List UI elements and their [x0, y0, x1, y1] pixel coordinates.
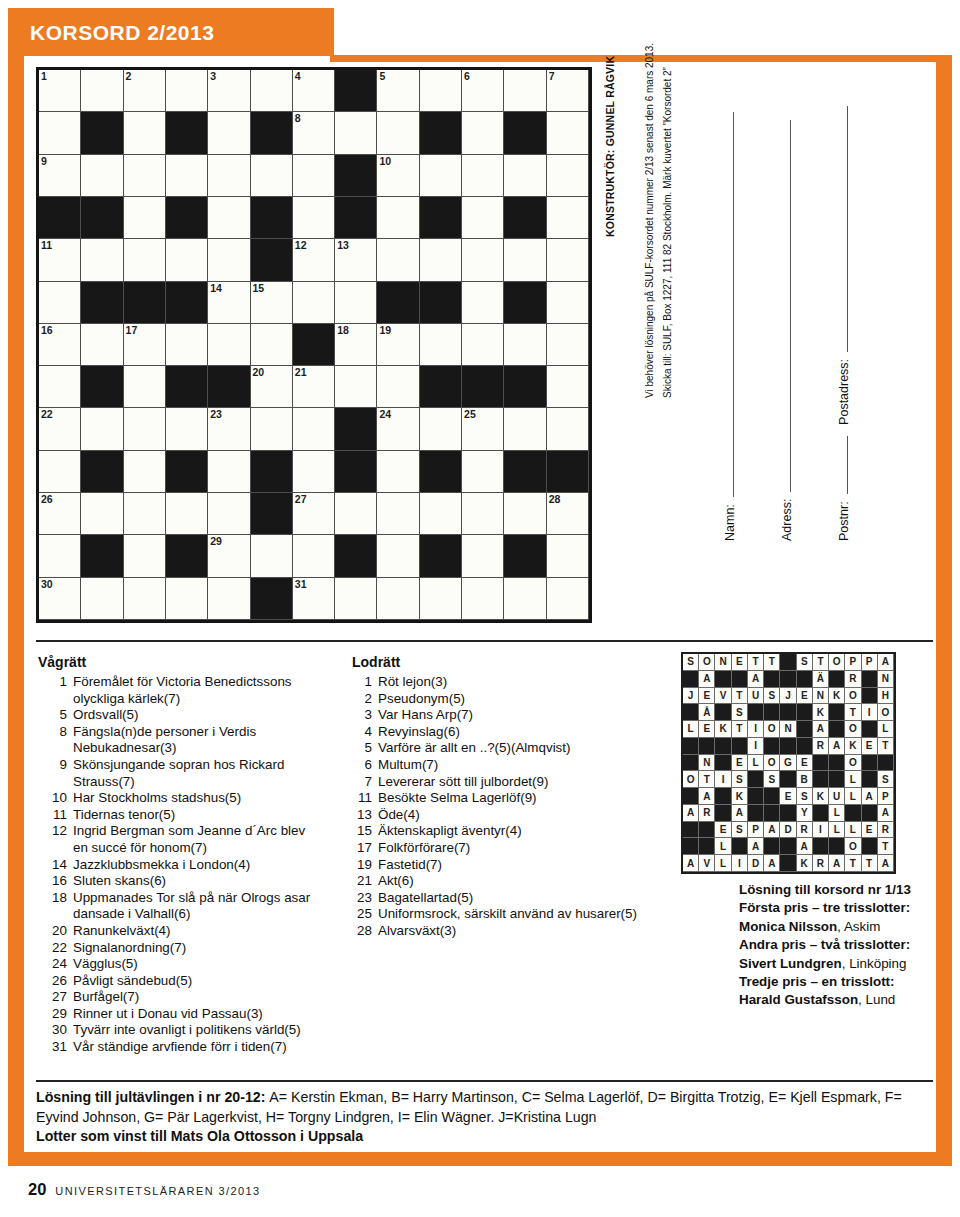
grid-cell: [293, 155, 335, 197]
clue-item: 5Ordsvall(5): [36, 707, 323, 724]
solution-cell-black: [862, 688, 878, 705]
solution-cell: R: [813, 738, 829, 755]
clue-number: 3: [336, 707, 378, 724]
clue-text: Var Hans Arp(7): [378, 707, 650, 724]
grid-cell: [208, 112, 250, 154]
cell-number: 18: [337, 325, 349, 336]
clue-item: 16Sluten skans(6): [36, 873, 323, 890]
clue-text: Tyvärr inte ovanligt i politikens värld(…: [73, 1022, 323, 1039]
cell-number: 22: [41, 409, 53, 420]
solution-cell: K: [813, 704, 829, 721]
clue-number: 8: [36, 724, 73, 757]
solution-cell: U: [829, 788, 845, 805]
solution-cell: E: [732, 654, 748, 671]
solution-cell-black: [797, 738, 813, 755]
grid-cell-black: [81, 451, 123, 493]
grid-cell: 1: [39, 70, 81, 112]
grid-cell-black: [504, 112, 546, 154]
clue-number: 15: [336, 823, 378, 840]
solution-cell: E: [732, 755, 748, 772]
grid-cell: 27: [293, 493, 335, 535]
grid-cell: [208, 155, 250, 197]
previous-solution-lead: Lösning till jultävlingen i nr 20-12:: [36, 1089, 269, 1105]
solution-cell-black: [878, 755, 894, 772]
solution-cell-black: [764, 788, 780, 805]
clue-text: Rinner ut i Donau vid Passau(3): [73, 1006, 323, 1023]
solution-cell: P: [862, 654, 878, 671]
solution-cell-black: [732, 838, 748, 855]
grid-cell: [39, 112, 81, 154]
clue-item: 12Ingrid Bergman som Jeanne d´Arc blev e…: [36, 823, 323, 856]
clue-text: Vägglus(5): [73, 956, 323, 973]
clue-item: 22Signalanordning(7): [36, 940, 323, 957]
clue-item: 21Akt(6): [336, 873, 650, 890]
postcode-field: Postnr: Postadress:: [836, 106, 851, 541]
solution-cell: E: [699, 688, 715, 705]
grid-cell: [208, 493, 250, 535]
clue-item: 18Uppmanades Tor slå på när Olrogs asar …: [36, 890, 323, 923]
grid-cell: 19: [377, 324, 419, 366]
grid-cell: 21: [293, 366, 335, 408]
solution-cell: I: [748, 721, 764, 738]
solution-cell: L: [845, 771, 861, 788]
clue-text: Uniformsrock, särskilt använd av husarer…: [378, 906, 650, 923]
grid-cell: 10: [377, 155, 419, 197]
clue-text: Varföre är allt en ..?(5)(Almqvist): [378, 740, 650, 757]
grid-cell: [462, 324, 504, 366]
grid-cell: [504, 155, 546, 197]
grid-cell: [124, 493, 166, 535]
solution-cell: A: [764, 822, 780, 839]
clue-number: 28: [336, 923, 378, 940]
winner-line: Tredje pris – en trisslott:: [739, 973, 939, 991]
solution-cell-black: [780, 855, 796, 872]
constructor-credit: KONSTRUKTÖR: GUNNEL RÅGVIK: [604, 56, 616, 237]
solution-cell: Å: [699, 704, 715, 721]
solution-cell: Ä: [813, 671, 829, 688]
grid-cell: [81, 155, 123, 197]
solution-cell-black: [797, 721, 813, 738]
solution-cell: N: [780, 721, 796, 738]
cell-number: 20: [253, 367, 265, 378]
solution-cell: N: [878, 671, 894, 688]
grid-cell: [293, 197, 335, 239]
solution-cell: T: [764, 654, 780, 671]
solution-cell-black: [764, 738, 780, 755]
grid-cell-black: [420, 366, 462, 408]
grid-cell: [81, 324, 123, 366]
grid-cell: [377, 112, 419, 154]
solution-cell: T: [878, 838, 894, 855]
solution-cell: O: [845, 688, 861, 705]
grid-cell: 3: [208, 70, 250, 112]
address-field: Adress:: [779, 120, 794, 541]
grid-cell-black: [251, 493, 293, 535]
grid-cell-black: [420, 282, 462, 324]
clue-number: 6: [336, 757, 378, 774]
address-blank-line: [779, 120, 791, 492]
grid-cell: [462, 197, 504, 239]
solution-cell-black: [829, 721, 845, 738]
clue-text: Ordsvall(5): [73, 707, 323, 724]
solution-cell-black: [845, 805, 861, 822]
clue-number: 18: [36, 890, 73, 923]
grid-cell: 25: [462, 408, 504, 450]
solution-cell: O: [845, 755, 861, 772]
clue-item: 26Påvligt sändebud(5): [36, 973, 323, 990]
page-title-banner: KORSORD 2/2013: [8, 8, 334, 56]
solution-cell-black: [764, 805, 780, 822]
solution-cell: I: [732, 855, 748, 872]
solution-cell: T: [748, 654, 764, 671]
grid-cell: [124, 408, 166, 450]
solution-cell: G: [780, 755, 796, 772]
clue-number: 1: [36, 674, 73, 707]
winner-line: Första pris – tre trisslotter:: [739, 899, 939, 917]
grid-cell-black: [166, 366, 208, 408]
solution-cell: S: [764, 688, 780, 705]
grid-cell-black: [124, 282, 166, 324]
clue-text: Signalanordning(7): [73, 940, 323, 957]
grid-cell: 9: [39, 155, 81, 197]
cell-number: 3: [210, 71, 216, 82]
clue-number: 31: [36, 1039, 73, 1056]
solution-cell-black: [699, 738, 715, 755]
solution-cell: O: [878, 704, 894, 721]
grid-cell: 16: [39, 324, 81, 366]
clue-number: 1: [336, 674, 378, 691]
solution-cell: O: [699, 654, 715, 671]
solution-cell-black: [813, 771, 829, 788]
solution-cell-black: [829, 771, 845, 788]
solution-cell: A: [748, 838, 764, 855]
solution-cell: A: [797, 838, 813, 855]
grid-cell-black: [251, 112, 293, 154]
page-title: KORSORD 2/2013: [8, 8, 334, 57]
solution-cell-black: [764, 838, 780, 855]
grid-cell: [293, 282, 335, 324]
clue-number: 12: [36, 823, 73, 856]
solution-cell: L: [829, 805, 845, 822]
grid-cell: [81, 578, 123, 620]
cell-number: 14: [210, 283, 222, 294]
solution-cell-black: [683, 755, 699, 772]
clue-text: Revyinslag(6): [378, 724, 650, 741]
grid-cell: 24: [377, 408, 419, 450]
grid-cell-black: [251, 578, 293, 620]
grid-cell: [124, 578, 166, 620]
cell-number: 1: [41, 71, 47, 82]
winner-line: Andra pris – två trisslotter:: [739, 936, 939, 954]
grid-cell: [208, 451, 250, 493]
grid-cell: [293, 451, 335, 493]
solution-cell-black: [813, 805, 829, 822]
grid-cell-black: [504, 451, 546, 493]
solution-cell-black: [732, 738, 748, 755]
solution-cell: O: [683, 771, 699, 788]
grid-cell: [462, 451, 504, 493]
grid-cell: [547, 408, 589, 450]
grid-cell: 17: [124, 324, 166, 366]
solution-cell: L: [715, 855, 731, 872]
frame-bottom: [8, 1152, 952, 1166]
solution-cell: K: [732, 788, 748, 805]
clue-item: 2Pseudonym(5): [336, 691, 650, 708]
grid-cell-black: [335, 155, 377, 197]
solution-cell-black: [862, 838, 878, 855]
grid-cell-black: [504, 366, 546, 408]
grid-cell-black: [166, 535, 208, 577]
solution-cell: A: [878, 805, 894, 822]
cell-number: 23: [210, 409, 222, 420]
solution-cell: I: [813, 822, 829, 839]
winner-line: Monica Nilsson, Askim: [739, 918, 939, 936]
grid-cell: 26: [39, 493, 81, 535]
clue-item: 28Alvarsväxt(3): [336, 923, 650, 940]
clue-text: Sluten skans(6): [73, 873, 323, 890]
cell-number: 8: [295, 113, 301, 124]
grid-cell: [251, 324, 293, 366]
solution-cell: R: [845, 671, 861, 688]
solution-cell: L: [845, 788, 861, 805]
solution-cell: Y: [797, 805, 813, 822]
grid-cell: [166, 239, 208, 281]
winner-line: Sivert Lundgren, Linköping: [739, 955, 939, 973]
solution-cell-black: [748, 788, 764, 805]
solution-cell-black: [780, 738, 796, 755]
solution-cell: B: [797, 771, 813, 788]
clue-item: 30Tyvärr inte ovanligt i politikens värl…: [36, 1022, 323, 1039]
solution-cell: R: [699, 805, 715, 822]
grid-cell: [504, 70, 546, 112]
grid-cell: [462, 493, 504, 535]
grid-cell-black: [335, 535, 377, 577]
clue-item: 3Var Hans Arp(7): [336, 707, 650, 724]
grid-cell: 12: [293, 239, 335, 281]
solution-cell: K: [715, 721, 731, 738]
grid-cell: 11: [39, 239, 81, 281]
grid-cell: [251, 70, 293, 112]
grid-cell-black: [166, 451, 208, 493]
solution-cell: A: [813, 721, 829, 738]
clue-text: Besökte Selma Lagerlöf(9): [378, 790, 650, 807]
cell-number: 29: [210, 536, 222, 547]
clue-number: 25: [336, 906, 378, 923]
solution-cell: A: [862, 788, 878, 805]
solution-cell: L: [683, 721, 699, 738]
grid-cell-black: [504, 197, 546, 239]
grid-cell: [251, 155, 293, 197]
solution-cell: K: [813, 788, 829, 805]
grid-cell: 8: [293, 112, 335, 154]
clue-number: 24: [36, 956, 73, 973]
grid-cell: [81, 493, 123, 535]
solution-cell-black: [797, 704, 813, 721]
solution-cell-black: [683, 671, 699, 688]
grid-cell: [208, 324, 250, 366]
cell-number: 2: [126, 71, 132, 82]
solution-cell-black: [764, 671, 780, 688]
grid-cell: [547, 366, 589, 408]
cell-number: 5: [379, 71, 385, 82]
clue-text: Röt lejon(3): [378, 674, 650, 691]
grid-cell: [547, 324, 589, 366]
winner-line: Harald Gustafsson, Lund: [739, 991, 939, 1009]
solution-cell-black: [829, 838, 845, 855]
solution-cell: T: [845, 704, 861, 721]
submission-note-line2: Skicka till: SULF, Box 1227, 111 82 Stoc…: [662, 67, 673, 398]
solution-cell: S: [797, 788, 813, 805]
solution-cell: T: [732, 721, 748, 738]
grid-cell-black: [166, 112, 208, 154]
grid-cell: [377, 578, 419, 620]
cell-number: 26: [41, 494, 53, 505]
solution-cell: J: [683, 688, 699, 705]
clue-text: Äktenskapligt äventyr(4): [378, 823, 650, 840]
solution-cell: E: [862, 738, 878, 755]
solution-cell: E: [780, 788, 796, 805]
solution-cell: V: [715, 688, 731, 705]
postal-address-blank-line: [836, 106, 848, 352]
solution-cell-black: [748, 704, 764, 721]
solution-cell: L: [829, 822, 845, 839]
cell-number: 17: [126, 325, 138, 336]
solution-cell: E: [699, 721, 715, 738]
grid-cell: [462, 282, 504, 324]
clue-number: 21: [336, 873, 378, 890]
clue-text: Fängsla(n)de personer i Verdis Nebukadne…: [73, 724, 323, 757]
grid-cell: [335, 282, 377, 324]
grid-cell: [547, 197, 589, 239]
cell-number: 4: [295, 71, 301, 82]
clue-item: 31Vår ständige arvfiende förr i tiden(7): [36, 1039, 323, 1056]
grid-cell-black: [420, 197, 462, 239]
address-label: Adress:: [780, 499, 794, 541]
grid-cell: [166, 70, 208, 112]
solution-cell-black: [813, 838, 829, 855]
grid-cell: [377, 366, 419, 408]
clue-text: Tidernas tenor(5): [73, 807, 323, 824]
solution-cell: L: [748, 755, 764, 772]
previous-solution-note: Lösning till jultävlingen i nr 20-12: A=…: [36, 1088, 934, 1147]
clue-number: 20: [36, 923, 73, 940]
grid-cell: [166, 578, 208, 620]
divider-bottom: [36, 1080, 933, 1082]
clue-text: Öde(4): [378, 807, 650, 824]
postal-address-label: Postadress:: [837, 359, 851, 425]
cell-number: 25: [464, 409, 476, 420]
grid-cell: [39, 282, 81, 324]
cell-number: 11: [41, 240, 52, 251]
solution-cell: S: [683, 654, 699, 671]
solution-cell-black: [732, 671, 748, 688]
grid-cell-black: [81, 112, 123, 154]
grid-cell: [547, 535, 589, 577]
grid-cell: [462, 535, 504, 577]
solution-cell: E: [797, 688, 813, 705]
clue-item: 1Föremålet för Victoria Benedictssons ol…: [36, 674, 323, 707]
grid-cell-black: [377, 282, 419, 324]
solution-cell: V: [699, 855, 715, 872]
solution-cell: D: [780, 822, 796, 839]
solution-cell: O: [764, 755, 780, 772]
solution-cell-black: [715, 671, 731, 688]
frame-top: [330, 55, 952, 62]
solution-cell: A: [748, 671, 764, 688]
clue-item: 27Burfågel(7): [36, 989, 323, 1006]
cell-number: 7: [549, 71, 555, 82]
clue-text: Påvligt sändebud(5): [73, 973, 323, 990]
grid-cell: [166, 324, 208, 366]
clue-item: 7Levererar sött till julbordet(9): [336, 774, 650, 791]
solution-cell: A: [699, 788, 715, 805]
grid-cell: 5: [377, 70, 419, 112]
grid-cell: [335, 493, 377, 535]
cell-number: 19: [379, 325, 391, 336]
solution-cell-black: [748, 771, 764, 788]
cell-number: 15: [253, 283, 265, 294]
solution-cell: K: [845, 738, 861, 755]
grid-cell: 23: [208, 408, 250, 450]
grid-cell: 14: [208, 282, 250, 324]
name-field: Namn:: [722, 112, 737, 541]
solution-cell: A: [878, 654, 894, 671]
clue-number: 30: [36, 1022, 73, 1039]
cell-number: 13: [337, 240, 349, 251]
solution-cell-black: [715, 738, 731, 755]
name-label: Namn:: [723, 504, 737, 541]
solution-cell: S: [732, 704, 748, 721]
grid-cell: 13: [335, 239, 377, 281]
clue-item: 10Har Stockholms stadshus(5): [36, 790, 323, 807]
clue-number: 5: [36, 707, 73, 724]
solution-cell-black: [748, 805, 764, 822]
postcode-blank-line: [836, 436, 848, 494]
crossword-grid: 1234567891011121314151617181920212223242…: [36, 67, 592, 623]
clue-number: 5: [336, 740, 378, 757]
clue-text: Multum(7): [378, 757, 650, 774]
solution-cell: I: [862, 704, 878, 721]
solution-grid: SONETTSTOPPAAAÄRNJEVTUSJENKOHÅSKTIOLEKTI…: [681, 652, 896, 874]
solution-cell: O: [764, 721, 780, 738]
clue-text: Föremålet för Victoria Benedictssons oly…: [73, 674, 323, 707]
solution-cell-black: [764, 704, 780, 721]
grid-cell-black: [81, 197, 123, 239]
grid-cell-black: [293, 324, 335, 366]
clue-number: 11: [336, 790, 378, 807]
grid-cell: [547, 112, 589, 154]
solution-cell: E: [862, 822, 878, 839]
winner-line: Lösning till korsord nr 1/13: [739, 881, 939, 899]
grid-cell: [377, 197, 419, 239]
clue-text: Skönsjungande sopran hos Rickard Strauss…: [73, 757, 323, 790]
clue-text: Pseudonym(5): [378, 691, 650, 708]
solution-cell: T: [732, 688, 748, 705]
grid-cell-black: [251, 239, 293, 281]
grid-cell-black: [166, 197, 208, 239]
clue-text: Burfågel(7): [73, 989, 323, 1006]
previous-solution-prize-line: Lotter som vinst till Mats Ola Ottosson …: [36, 1127, 934, 1147]
solution-cell: A: [683, 855, 699, 872]
grid-cell: [335, 578, 377, 620]
clue-item: 24Vägglus(5): [36, 956, 323, 973]
grid-cell: [420, 324, 462, 366]
clue-item: 13Öde(4): [336, 807, 650, 824]
solution-cell: O: [829, 654, 845, 671]
grid-cell: [124, 197, 166, 239]
grid-cell: 6: [462, 70, 504, 112]
grid-cell-black: [335, 70, 377, 112]
